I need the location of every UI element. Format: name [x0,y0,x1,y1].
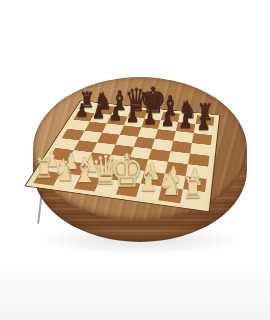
square-g7: ♟ [176,122,196,133]
piece-black-pawn: ♟ [178,112,192,131]
square-f6 [155,129,176,141]
square-g1: ♞ [158,187,183,204]
square-h1: ♜ [181,189,205,206]
piece-white-rook: ♜ [35,155,55,182]
product-photo: ♜♞♝♛♚♝♞♜♟♟♟♟♟♟♟♟♟♟♟♟♟♟♟♟♜♞♝♛♚♝♞♜ [0,0,270,320]
piece-black-pawn: ♟ [196,113,210,132]
square-f7: ♟ [158,120,178,131]
chess-board: ♜♞♝♛♚♝♞♜♟♟♟♟♟♟♟♟♟♟♟♟♟♟♟♟♜♞♝♛♚♝♞♜ [24,101,220,213]
piece-black-pawn: ♟ [76,101,89,119]
drawer-seam [37,192,43,224]
piece-black-pawn: ♟ [161,110,175,129]
square-g5 [171,141,192,154]
board-scene: ♜♞♝♛♚♝♞♜♟♟♟♟♟♟♟♟♟♟♟♟♟♟♟♟♜♞♝♛♚♝♞♜ [52,65,215,228]
piece-black-pawn: ♟ [126,106,140,125]
piece-black-pawn: ♟ [92,103,105,121]
piece-black-pawn: ♟ [109,104,123,122]
piece-white-rook: ♜ [182,174,203,202]
piece-white-knight: ♞ [158,168,181,200]
piece-black-pawn: ♟ [143,108,157,127]
piece-white-bishop: ♝ [135,162,161,197]
